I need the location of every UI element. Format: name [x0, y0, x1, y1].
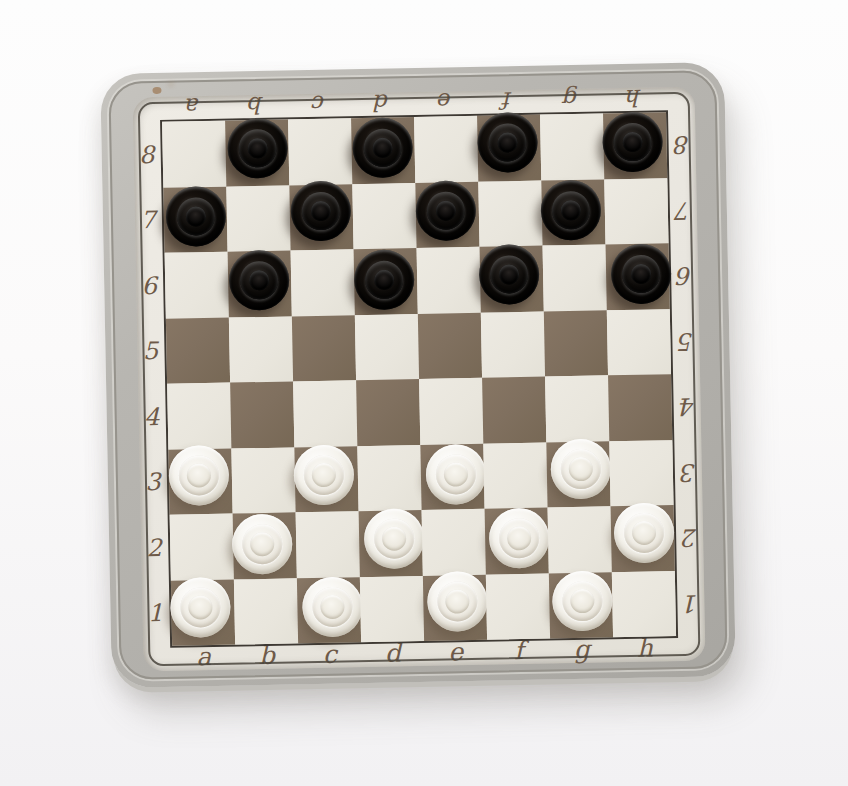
square-b4[interactable] — [230, 381, 294, 448]
square-h8[interactable] — [603, 112, 667, 179]
square-c1[interactable] — [297, 577, 361, 644]
rank-label-left-4: 4 — [137, 384, 166, 450]
checker-piece-black[interactable] — [227, 117, 288, 178]
checker-piece-white[interactable] — [613, 502, 674, 563]
file-label-top-a: a — [162, 93, 226, 121]
square-f6[interactable] — [480, 246, 544, 313]
square-c4[interactable] — [293, 380, 357, 447]
square-f8[interactable] — [477, 115, 541, 182]
square-a2[interactable] — [170, 514, 234, 581]
checker-piece-black[interactable] — [610, 243, 671, 304]
square-e3[interactable] — [420, 443, 484, 510]
square-g6[interactable] — [543, 244, 607, 311]
square-b8[interactable] — [225, 119, 289, 186]
square-d7[interactable] — [352, 183, 416, 250]
square-e2[interactable] — [422, 509, 486, 576]
square-f3[interactable] — [483, 442, 547, 509]
checker-piece-black[interactable] — [601, 111, 662, 172]
file-label-top-h: h — [602, 84, 666, 112]
square-b2[interactable] — [233, 512, 297, 579]
checker-piece-black[interactable] — [352, 117, 413, 178]
checker-piece-black[interactable] — [165, 186, 226, 247]
checker-piece-black[interactable] — [353, 249, 414, 310]
checker-piece-black[interactable] — [476, 112, 537, 173]
rank-label-left-2: 2 — [140, 515, 169, 581]
file-label-top-d: d — [351, 89, 415, 117]
square-d5[interactable] — [355, 313, 419, 380]
rank-label-right-8: 8 — [668, 112, 697, 178]
checker-piece-black[interactable] — [290, 181, 351, 242]
square-d4[interactable] — [356, 379, 420, 446]
rank-label-right-5: 5 — [672, 308, 701, 374]
square-b3[interactable] — [231, 447, 295, 514]
checker-piece-white[interactable] — [168, 445, 229, 506]
file-label-top-c: c — [288, 90, 352, 118]
checker-piece-black[interactable] — [540, 180, 601, 241]
checker-piece-white[interactable] — [293, 445, 354, 506]
square-e6[interactable] — [417, 247, 481, 314]
square-h7[interactable] — [604, 178, 668, 245]
square-f2[interactable] — [485, 508, 549, 575]
checker-piece-white[interactable] — [363, 508, 424, 569]
square-a5[interactable] — [166, 317, 230, 384]
checker-piece-white[interactable] — [231, 513, 292, 574]
square-e8[interactable] — [414, 116, 478, 183]
rank-label-right-1: 1 — [677, 570, 706, 636]
rank-label-right-6: 6 — [671, 243, 700, 309]
square-h4[interactable] — [608, 374, 672, 441]
square-c5[interactable] — [292, 315, 356, 382]
square-d2[interactable] — [359, 510, 423, 577]
square-a1[interactable] — [171, 579, 235, 646]
square-a8[interactable] — [162, 121, 226, 188]
square-h6[interactable] — [606, 243, 670, 310]
checker-piece-black[interactable] — [415, 180, 476, 241]
square-e5[interactable] — [418, 312, 482, 379]
rank-label-right-7: 7 — [669, 177, 698, 243]
square-h1[interactable] — [612, 571, 676, 638]
square-h2[interactable] — [611, 505, 675, 572]
rank-label-left-6: 6 — [135, 253, 164, 319]
tray-stain — [152, 87, 161, 94]
square-d3[interactable] — [357, 444, 421, 511]
photo-background: abcdefgh abcdefgh 87654321 87654321 — [0, 0, 848, 786]
checker-piece-white[interactable] — [551, 571, 612, 632]
square-c2[interactable] — [296, 511, 360, 578]
checker-piece-white[interactable] — [425, 444, 486, 505]
square-g3[interactable] — [546, 441, 610, 508]
square-d8[interactable] — [351, 117, 415, 184]
square-e4[interactable] — [419, 378, 483, 445]
rank-label-left-3: 3 — [138, 449, 167, 515]
square-g8[interactable] — [540, 113, 604, 180]
square-c7[interactable] — [289, 184, 353, 251]
square-c3[interactable] — [294, 446, 358, 513]
square-c8[interactable] — [288, 118, 352, 185]
board-card: abcdefgh abcdefgh 87654321 87654321 — [133, 87, 706, 672]
square-f4[interactable] — [482, 377, 546, 444]
file-label-top-e: e — [414, 88, 478, 116]
checkers-board — [160, 110, 678, 648]
square-a6[interactable] — [165, 252, 229, 319]
checker-piece-black[interactable] — [228, 249, 289, 310]
file-label-top-f: f — [476, 87, 540, 115]
square-f1[interactable] — [486, 573, 550, 640]
square-a7[interactable] — [163, 186, 227, 253]
square-b7[interactable] — [226, 185, 290, 252]
checker-piece-white[interactable] — [426, 571, 487, 632]
square-g7[interactable] — [541, 179, 605, 246]
rank-label-left-8: 8 — [132, 122, 161, 188]
rank-label-left-7: 7 — [133, 187, 162, 253]
square-f5[interactable] — [481, 311, 545, 378]
square-c6[interactable] — [291, 249, 355, 316]
square-b6[interactable] — [228, 250, 292, 317]
square-d1[interactable] — [360, 575, 424, 642]
square-g2[interactable] — [548, 506, 612, 573]
square-e1[interactable] — [423, 574, 487, 641]
square-g5[interactable] — [544, 310, 608, 377]
rank-label-right-4: 4 — [673, 374, 702, 440]
square-e7[interactable] — [415, 181, 479, 248]
file-label-top-g: g — [539, 85, 603, 113]
game-tray: abcdefgh abcdefgh 87654321 87654321 — [100, 62, 736, 688]
square-d6[interactable] — [354, 248, 418, 315]
rank-label-right-2: 2 — [676, 505, 705, 571]
checker-piece-white[interactable] — [550, 439, 611, 500]
square-a4[interactable] — [167, 383, 231, 450]
square-h5[interactable] — [607, 309, 671, 376]
rank-label-left-1: 1 — [141, 580, 170, 646]
square-f7[interactable] — [478, 180, 542, 247]
square-h3[interactable] — [609, 440, 673, 507]
checker-piece-white[interactable] — [488, 507, 549, 568]
square-b5[interactable] — [229, 316, 293, 383]
checker-piece-white[interactable] — [169, 577, 230, 638]
checker-piece-black[interactable] — [478, 244, 539, 305]
square-b1[interactable] — [234, 578, 298, 645]
square-a3[interactable] — [168, 448, 232, 515]
rank-label-right-3: 3 — [674, 439, 703, 505]
square-g1[interactable] — [549, 572, 613, 639]
file-label-top-b: b — [225, 91, 289, 119]
rank-label-left-5: 5 — [136, 318, 165, 384]
square-g4[interactable] — [545, 375, 609, 442]
checker-piece-white[interactable] — [301, 577, 362, 638]
